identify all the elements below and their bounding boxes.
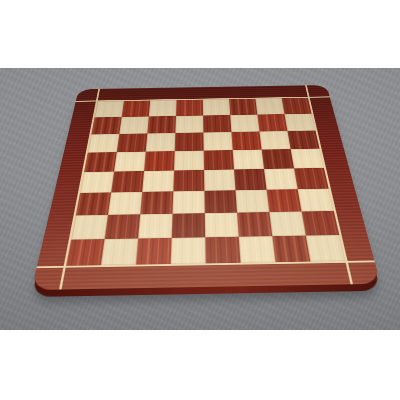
square-h7[interactable] [284,114,315,131]
square-h4[interactable] [294,168,329,189]
square-e6[interactable] [203,132,232,151]
square-c5[interactable] [144,151,175,171]
square-h2[interactable] [302,211,340,236]
square-b1[interactable] [101,238,138,265]
corner-inlay-bottom-right-v [345,261,353,284]
square-d4[interactable] [173,170,204,191]
square-d8[interactable] [176,100,203,116]
square-b4[interactable] [111,171,144,192]
square-h8[interactable] [282,98,312,114]
corner-inlay-top-right-h [308,96,330,97]
square-b6[interactable] [117,133,148,152]
square-e7[interactable] [203,115,231,132]
square-e8[interactable] [203,99,230,115]
square-c4[interactable] [142,171,174,192]
square-g4[interactable] [264,168,298,189]
square-g3[interactable] [267,189,302,212]
square-b5[interactable] [114,152,146,172]
square-e1[interactable] [205,237,240,264]
square-d6[interactable] [175,132,204,151]
square-f2[interactable] [237,212,272,237]
square-a2[interactable] [71,215,108,240]
square-g6[interactable] [259,131,290,150]
square-b8[interactable] [122,101,151,117]
square-a6[interactable] [88,134,120,153]
square-d1[interactable] [171,237,206,264]
square-a5[interactable] [84,152,117,172]
square-f4[interactable] [234,169,267,190]
square-g2[interactable] [269,211,305,236]
corner-inlay-top-left-h [76,100,98,101]
corner-inlay-bottom-right-h [345,260,375,262]
square-b2[interactable] [105,214,141,239]
square-g5[interactable] [262,149,294,169]
corner-inlay-bottom-left-h [36,266,66,268]
board-top-layer [56,22,351,317]
square-e5[interactable] [204,150,234,170]
square-c6[interactable] [146,133,176,152]
square-f5[interactable] [233,150,264,170]
square-b7[interactable] [119,116,149,133]
corner-inlay-top-left-v [96,89,100,102]
square-d2[interactable] [172,213,206,238]
square-f1[interactable] [239,236,276,263]
square-d3[interactable] [172,191,204,214]
square-a7[interactable] [91,117,121,134]
square-d5[interactable] [174,151,204,171]
chessboard-scene [56,22,351,317]
square-h6[interactable] [287,131,319,150]
square-c3[interactable] [140,191,173,214]
square-e4[interactable] [204,169,235,190]
square-c1[interactable] [136,238,172,265]
square-a3[interactable] [76,192,111,215]
square-a1[interactable] [66,239,105,266]
square-c2[interactable] [138,214,172,239]
square-f6[interactable] [231,132,261,151]
square-g8[interactable] [255,98,284,114]
square-a4[interactable] [80,172,114,193]
square-f7[interactable] [230,115,259,132]
square-h1[interactable] [306,235,345,262]
square-b3[interactable] [108,192,142,215]
square-h5[interactable] [291,149,324,169]
square-g1[interactable] [272,236,310,263]
square-c7[interactable] [147,116,176,133]
square-h3[interactable] [298,189,334,212]
square-c8[interactable] [149,100,177,116]
corner-inlay-bottom-left-v [59,266,66,290]
chessboard [31,85,380,290]
corner-inlay-top-right-v [305,85,310,98]
square-e3[interactable] [204,190,237,213]
square-f8[interactable] [229,99,257,115]
square-a8[interactable] [95,101,124,117]
square-g7[interactable] [257,114,287,131]
square-f3[interactable] [235,190,269,213]
square-d7[interactable] [175,116,203,133]
square-e2[interactable] [205,213,239,238]
playing-field [66,98,345,266]
